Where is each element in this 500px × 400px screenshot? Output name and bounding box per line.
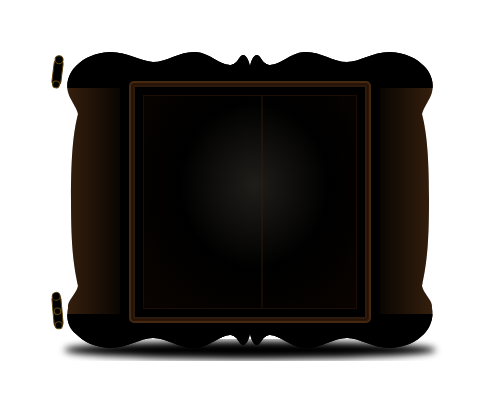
hinge-icon xyxy=(51,55,64,88)
photo-vignette xyxy=(144,96,356,308)
chessboard-seam xyxy=(261,96,263,308)
product-photo-stage xyxy=(0,0,500,400)
chessboard-grid xyxy=(144,96,356,308)
hinge-icon xyxy=(51,292,63,329)
chessboard xyxy=(132,84,368,320)
